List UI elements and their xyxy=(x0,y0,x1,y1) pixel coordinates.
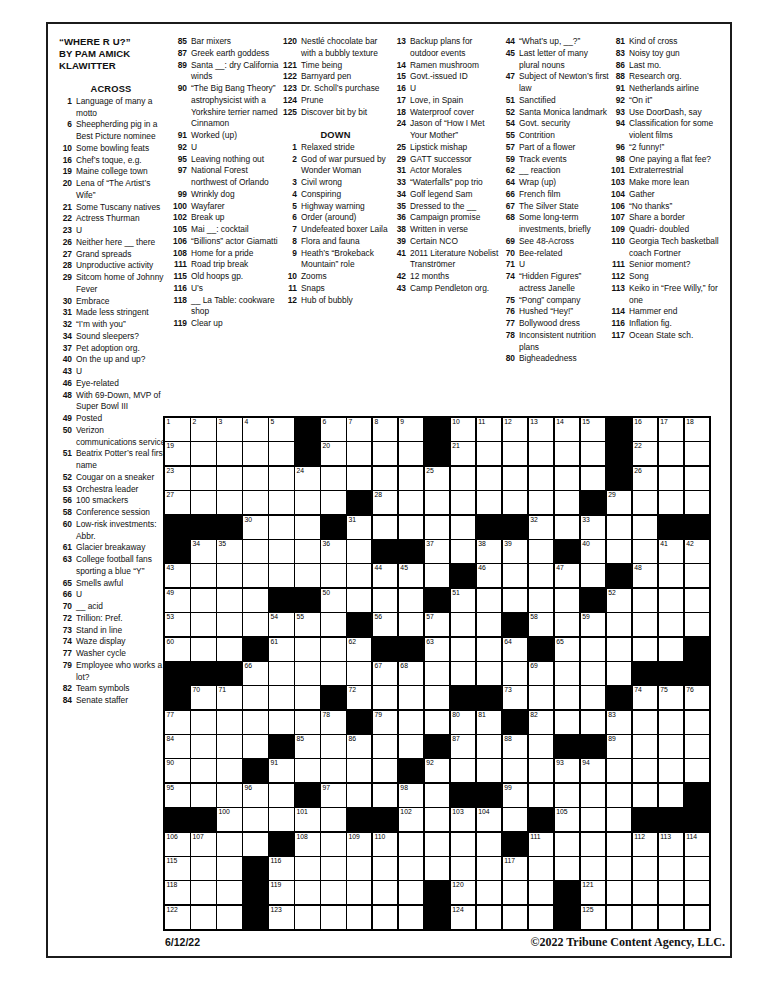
grid-cell[interactable]: 80 xyxy=(451,711,476,734)
grid-cell[interactable] xyxy=(347,857,372,880)
grid-cell[interactable] xyxy=(321,808,346,831)
grid-cell[interactable] xyxy=(399,589,424,612)
grid-cell[interactable]: 102 xyxy=(399,808,424,831)
grid-cell[interactable]: 90 xyxy=(165,759,190,782)
grid-cell[interactable]: 65 xyxy=(555,638,580,661)
grid-cell[interactable] xyxy=(451,491,476,514)
grid-cell[interactable] xyxy=(399,857,424,880)
grid-cell[interactable] xyxy=(581,662,606,685)
grid-cell[interactable] xyxy=(529,735,554,758)
grid-cell[interactable] xyxy=(659,857,684,880)
grid-cell[interactable] xyxy=(555,589,580,612)
grid-cell[interactable]: 58 xyxy=(529,613,554,636)
grid-cell[interactable] xyxy=(607,540,632,563)
grid-cell[interactable]: 7 xyxy=(347,418,372,441)
grid-cell[interactable] xyxy=(633,881,658,904)
grid-cell[interactable] xyxy=(269,540,294,563)
grid-cell[interactable] xyxy=(555,467,580,490)
grid-cell[interactable] xyxy=(607,784,632,807)
grid-cell[interactable] xyxy=(373,784,398,807)
grid-cell[interactable] xyxy=(555,711,580,734)
grid-cell[interactable] xyxy=(217,906,242,929)
grid-cell[interactable] xyxy=(659,735,684,758)
grid-cell[interactable]: 78 xyxy=(321,711,346,734)
grid-cell[interactable] xyxy=(529,491,554,514)
grid-cell[interactable] xyxy=(347,589,372,612)
grid-cell[interactable]: 75 xyxy=(659,686,684,709)
grid-cell[interactable] xyxy=(191,613,216,636)
grid-cell[interactable]: 95 xyxy=(165,784,190,807)
grid-cell[interactable] xyxy=(685,442,710,465)
grid-cell[interactable] xyxy=(685,906,710,929)
grid-cell[interactable] xyxy=(373,516,398,539)
grid-cell[interactable] xyxy=(607,833,632,856)
grid-cell[interactable]: 66 xyxy=(243,662,268,685)
grid-cell[interactable]: 54 xyxy=(269,613,294,636)
grid-cell[interactable] xyxy=(477,613,502,636)
grid-cell[interactable] xyxy=(399,467,424,490)
grid-cell[interactable]: 86 xyxy=(347,735,372,758)
grid-cell[interactable] xyxy=(581,711,606,734)
grid-cell[interactable]: 105 xyxy=(555,808,580,831)
grid-cell[interactable]: 67 xyxy=(373,662,398,685)
grid-cell[interactable]: 69 xyxy=(529,662,554,685)
grid-cell[interactable]: 73 xyxy=(503,686,528,709)
grid-cell[interactable]: 104 xyxy=(477,808,502,831)
grid-cell[interactable] xyxy=(295,881,320,904)
grid-cell[interactable]: 59 xyxy=(581,613,606,636)
grid-cell[interactable]: 14 xyxy=(555,418,580,441)
grid-cell[interactable] xyxy=(321,759,346,782)
grid-cell[interactable] xyxy=(295,906,320,929)
grid-cell[interactable] xyxy=(217,613,242,636)
grid-cell[interactable]: 46 xyxy=(477,564,502,587)
grid-cell[interactable] xyxy=(581,564,606,587)
grid-cell[interactable]: 17 xyxy=(659,418,684,441)
grid-cell[interactable] xyxy=(555,442,580,465)
grid-cell[interactable] xyxy=(217,467,242,490)
grid-cell[interactable]: 115 xyxy=(165,857,190,880)
grid-cell[interactable] xyxy=(295,638,320,661)
grid-cell[interactable]: 117 xyxy=(503,857,528,880)
grid-cell[interactable] xyxy=(633,638,658,661)
grid-cell[interactable]: 84 xyxy=(165,735,190,758)
grid-cell[interactable] xyxy=(477,906,502,929)
grid-cell[interactable]: 27 xyxy=(165,491,190,514)
grid-cell[interactable] xyxy=(373,735,398,758)
grid-cell[interactable] xyxy=(243,442,268,465)
grid-cell[interactable] xyxy=(503,467,528,490)
grid-cell[interactable]: 39 xyxy=(503,540,528,563)
grid-cell[interactable] xyxy=(659,711,684,734)
grid-cell[interactable] xyxy=(321,467,346,490)
grid-cell[interactable] xyxy=(503,564,528,587)
grid-cell[interactable] xyxy=(529,857,554,880)
grid-cell[interactable] xyxy=(269,711,294,734)
grid-cell[interactable]: 57 xyxy=(425,613,450,636)
grid-cell[interactable] xyxy=(685,711,710,734)
grid-cell[interactable] xyxy=(607,906,632,929)
grid-cell[interactable] xyxy=(425,686,450,709)
grid-cell[interactable] xyxy=(581,638,606,661)
grid-cell[interactable] xyxy=(607,613,632,636)
grid-cell[interactable] xyxy=(243,686,268,709)
grid-cell[interactable] xyxy=(269,808,294,831)
grid-cell[interactable] xyxy=(503,906,528,929)
grid-cell[interactable] xyxy=(373,906,398,929)
grid-cell[interactable] xyxy=(477,491,502,514)
grid-cell[interactable]: 111 xyxy=(529,833,554,856)
grid-cell[interactable] xyxy=(191,491,216,514)
grid-cell[interactable] xyxy=(243,833,268,856)
grid-cell[interactable] xyxy=(347,540,372,563)
grid-cell[interactable]: 108 xyxy=(295,833,320,856)
grid-cell[interactable] xyxy=(217,759,242,782)
grid-cell[interactable]: 32 xyxy=(529,516,554,539)
grid-cell[interactable] xyxy=(399,711,424,734)
grid-cell[interactable] xyxy=(607,638,632,661)
grid-cell[interactable]: 43 xyxy=(165,564,190,587)
grid-cell[interactable] xyxy=(191,442,216,465)
grid-cell[interactable] xyxy=(451,857,476,880)
grid-cell[interactable] xyxy=(347,442,372,465)
grid-cell[interactable] xyxy=(243,467,268,490)
grid-cell[interactable] xyxy=(503,808,528,831)
grid-cell[interactable] xyxy=(191,906,216,929)
grid-cell[interactable] xyxy=(633,906,658,929)
grid-cell[interactable] xyxy=(217,589,242,612)
grid-cell[interactable] xyxy=(425,784,450,807)
grid-cell[interactable] xyxy=(295,711,320,734)
grid-cell[interactable] xyxy=(477,759,502,782)
grid-cell[interactable]: 110 xyxy=(373,833,398,856)
grid-cell[interactable] xyxy=(243,711,268,734)
grid-cell[interactable] xyxy=(347,564,372,587)
grid-cell[interactable]: 31 xyxy=(347,516,372,539)
grid-cell[interactable] xyxy=(191,857,216,880)
grid-cell[interactable]: 88 xyxy=(503,735,528,758)
grid-cell[interactable] xyxy=(191,711,216,734)
grid-cell[interactable]: 92 xyxy=(425,759,450,782)
grid-cell[interactable] xyxy=(399,516,424,539)
grid-cell[interactable] xyxy=(217,784,242,807)
grid-cell[interactable] xyxy=(321,662,346,685)
grid-cell[interactable] xyxy=(503,491,528,514)
grid-cell[interactable] xyxy=(529,784,554,807)
grid-cell[interactable] xyxy=(191,467,216,490)
grid-cell[interactable] xyxy=(685,759,710,782)
grid-cell[interactable] xyxy=(295,540,320,563)
grid-cell[interactable] xyxy=(555,491,580,514)
grid-cell[interactable]: 25 xyxy=(425,467,450,490)
grid-cell[interactable] xyxy=(607,759,632,782)
grid-cell[interactable] xyxy=(685,881,710,904)
grid-cell[interactable] xyxy=(321,906,346,929)
grid-cell[interactable] xyxy=(477,442,502,465)
grid-cell[interactable]: 93 xyxy=(555,759,580,782)
grid-cell[interactable] xyxy=(399,442,424,465)
grid-cell[interactable]: 82 xyxy=(529,711,554,734)
grid-cell[interactable] xyxy=(503,759,528,782)
grid-cell[interactable] xyxy=(191,638,216,661)
grid-cell[interactable] xyxy=(243,613,268,636)
grid-cell[interactable] xyxy=(529,906,554,929)
grid-cell[interactable] xyxy=(581,467,606,490)
grid-cell[interactable] xyxy=(217,881,242,904)
grid-cell[interactable]: 35 xyxy=(217,540,242,563)
grid-cell[interactable]: 29 xyxy=(607,491,632,514)
grid-cell[interactable] xyxy=(529,881,554,904)
grid-cell[interactable]: 48 xyxy=(633,564,658,587)
grid-cell[interactable]: 51 xyxy=(451,589,476,612)
grid-cell[interactable] xyxy=(659,491,684,514)
grid-cell[interactable]: 19 xyxy=(165,442,190,465)
grid-cell[interactable] xyxy=(451,516,476,539)
grid-cell[interactable] xyxy=(347,906,372,929)
grid-cell[interactable] xyxy=(451,759,476,782)
grid-cell[interactable] xyxy=(451,613,476,636)
grid-cell[interactable]: 5 xyxy=(269,418,294,441)
grid-cell[interactable]: 109 xyxy=(347,833,372,856)
grid-cell[interactable] xyxy=(659,613,684,636)
grid-cell[interactable]: 15 xyxy=(581,418,606,441)
grid-cell[interactable]: 56 xyxy=(373,613,398,636)
grid-cell[interactable] xyxy=(555,833,580,856)
grid-cell[interactable] xyxy=(581,808,606,831)
grid-cell[interactable] xyxy=(633,735,658,758)
grid-cell[interactable]: 119 xyxy=(269,881,294,904)
grid-cell[interactable] xyxy=(581,857,606,880)
grid-cell[interactable] xyxy=(529,686,554,709)
grid-cell[interactable]: 50 xyxy=(321,589,346,612)
grid-cell[interactable] xyxy=(269,516,294,539)
grid-cell[interactable]: 106 xyxy=(165,833,190,856)
grid-cell[interactable]: 34 xyxy=(191,540,216,563)
grid-cell[interactable] xyxy=(425,808,450,831)
grid-cell[interactable] xyxy=(347,881,372,904)
grid-cell[interactable] xyxy=(191,759,216,782)
grid-cell[interactable] xyxy=(685,613,710,636)
grid-cell[interactable] xyxy=(607,516,632,539)
grid-cell[interactable]: 45 xyxy=(399,564,424,587)
grid-cell[interactable]: 2 xyxy=(191,418,216,441)
grid-cell[interactable]: 118 xyxy=(165,881,190,904)
grid-cell[interactable] xyxy=(659,564,684,587)
grid-cell[interactable] xyxy=(373,442,398,465)
grid-cell[interactable] xyxy=(451,638,476,661)
grid-cell[interactable]: 8 xyxy=(373,418,398,441)
grid-cell[interactable] xyxy=(633,857,658,880)
grid-cell[interactable] xyxy=(295,686,320,709)
grid-cell[interactable]: 20 xyxy=(321,442,346,465)
grid-cell[interactable] xyxy=(217,735,242,758)
grid-cell[interactable] xyxy=(685,735,710,758)
grid-cell[interactable] xyxy=(659,442,684,465)
grid-cell[interactable] xyxy=(659,784,684,807)
grid-cell[interactable] xyxy=(633,613,658,636)
grid-cell[interactable] xyxy=(633,784,658,807)
grid-cell[interactable] xyxy=(685,564,710,587)
grid-cell[interactable] xyxy=(321,735,346,758)
grid-cell[interactable]: 91 xyxy=(269,759,294,782)
grid-cell[interactable]: 72 xyxy=(347,686,372,709)
grid-cell[interactable]: 28 xyxy=(373,491,398,514)
grid-cell[interactable] xyxy=(477,857,502,880)
grid-cell[interactable]: 81 xyxy=(477,711,502,734)
grid-cell[interactable] xyxy=(321,881,346,904)
grid-cell[interactable] xyxy=(555,516,580,539)
grid-cell[interactable]: 18 xyxy=(685,418,710,441)
grid-cell[interactable]: 124 xyxy=(451,906,476,929)
grid-cell[interactable]: 114 xyxy=(685,833,710,856)
grid-cell[interactable] xyxy=(217,442,242,465)
grid-cell[interactable]: 83 xyxy=(607,711,632,734)
grid-cell[interactable] xyxy=(529,442,554,465)
grid-cell[interactable] xyxy=(425,857,450,880)
grid-cell[interactable] xyxy=(451,833,476,856)
grid-cell[interactable] xyxy=(477,833,502,856)
grid-cell[interactable] xyxy=(477,881,502,904)
grid-cell[interactable] xyxy=(529,589,554,612)
grid-cell[interactable]: 52 xyxy=(607,589,632,612)
grid-cell[interactable]: 22 xyxy=(633,442,658,465)
grid-cell[interactable] xyxy=(243,491,268,514)
grid-cell[interactable] xyxy=(425,516,450,539)
grid-cell[interactable] xyxy=(555,686,580,709)
grid-cell[interactable] xyxy=(633,540,658,563)
grid-cell[interactable] xyxy=(269,662,294,685)
grid-cell[interactable] xyxy=(607,662,632,685)
grid-cell[interactable] xyxy=(347,467,372,490)
grid-cell[interactable] xyxy=(191,564,216,587)
grid-cell[interactable] xyxy=(659,467,684,490)
grid-cell[interactable] xyxy=(347,784,372,807)
grid-cell[interactable] xyxy=(685,467,710,490)
grid-cell[interactable] xyxy=(425,833,450,856)
grid-cell[interactable] xyxy=(321,564,346,587)
grid-cell[interactable] xyxy=(399,613,424,636)
grid-cell[interactable]: 99 xyxy=(503,784,528,807)
grid-cell[interactable] xyxy=(659,589,684,612)
grid-cell[interactable] xyxy=(503,589,528,612)
grid-cell[interactable] xyxy=(269,564,294,587)
grid-cell[interactable]: 13 xyxy=(529,418,554,441)
grid-cell[interactable] xyxy=(217,711,242,734)
grid-cell[interactable] xyxy=(295,759,320,782)
grid-cell[interactable] xyxy=(659,906,684,929)
grid-cell[interactable]: 113 xyxy=(659,833,684,856)
grid-cell[interactable]: 6 xyxy=(321,418,346,441)
grid-cell[interactable] xyxy=(477,467,502,490)
grid-cell[interactable]: 62 xyxy=(347,638,372,661)
grid-cell[interactable] xyxy=(191,784,216,807)
grid-cell[interactable]: 44 xyxy=(373,564,398,587)
grid-cell[interactable]: 60 xyxy=(165,638,190,661)
grid-cell[interactable]: 77 xyxy=(165,711,190,734)
grid-cell[interactable]: 30 xyxy=(243,516,268,539)
grid-cell[interactable] xyxy=(399,881,424,904)
grid-cell[interactable] xyxy=(295,516,320,539)
grid-cell[interactable] xyxy=(217,638,242,661)
grid-cell[interactable] xyxy=(373,881,398,904)
grid-cell[interactable] xyxy=(529,564,554,587)
grid-cell[interactable] xyxy=(217,564,242,587)
grid-cell[interactable]: 120 xyxy=(451,881,476,904)
grid-cell[interactable] xyxy=(243,589,268,612)
grid-cell[interactable]: 79 xyxy=(373,711,398,734)
grid-cell[interactable] xyxy=(295,491,320,514)
grid-cell[interactable] xyxy=(321,638,346,661)
grid-cell[interactable] xyxy=(555,857,580,880)
grid-cell[interactable] xyxy=(555,784,580,807)
grid-cell[interactable] xyxy=(685,589,710,612)
grid-cell[interactable] xyxy=(451,467,476,490)
grid-cell[interactable]: 10 xyxy=(451,418,476,441)
grid-cell[interactable]: 85 xyxy=(295,735,320,758)
grid-cell[interactable] xyxy=(399,491,424,514)
grid-cell[interactable] xyxy=(399,735,424,758)
grid-cell[interactable]: 33 xyxy=(581,516,606,539)
grid-cell[interactable] xyxy=(529,540,554,563)
grid-cell[interactable]: 100 xyxy=(217,808,242,831)
grid-cell[interactable] xyxy=(555,613,580,636)
grid-cell[interactable] xyxy=(581,686,606,709)
grid-cell[interactable]: 76 xyxy=(685,686,710,709)
grid-cell[interactable]: 112 xyxy=(633,833,658,856)
grid-cell[interactable] xyxy=(659,881,684,904)
grid-cell[interactable] xyxy=(399,833,424,856)
grid-cell[interactable] xyxy=(373,467,398,490)
grid-cell[interactable] xyxy=(659,638,684,661)
grid-cell[interactable] xyxy=(321,491,346,514)
grid-cell[interactable] xyxy=(269,467,294,490)
grid-cell[interactable]: 53 xyxy=(165,613,190,636)
grid-cell[interactable]: 24 xyxy=(295,467,320,490)
grid-cell[interactable] xyxy=(425,491,450,514)
grid-cell[interactable]: 41 xyxy=(659,540,684,563)
grid-cell[interactable]: 121 xyxy=(581,881,606,904)
grid-cell[interactable] xyxy=(451,662,476,685)
grid-cell[interactable] xyxy=(425,662,450,685)
grid-cell[interactable] xyxy=(425,711,450,734)
grid-cell[interactable]: 61 xyxy=(269,638,294,661)
grid-cell[interactable]: 107 xyxy=(191,833,216,856)
grid-cell[interactable] xyxy=(269,442,294,465)
grid-cell[interactable] xyxy=(529,759,554,782)
grid-cell[interactable] xyxy=(477,638,502,661)
grid-cell[interactable] xyxy=(503,442,528,465)
grid-cell[interactable] xyxy=(685,491,710,514)
grid-cell[interactable]: 16 xyxy=(633,418,658,441)
grid-cell[interactable] xyxy=(685,857,710,880)
grid-cell[interactable] xyxy=(243,540,268,563)
grid-cell[interactable] xyxy=(581,784,606,807)
grid-cell[interactable] xyxy=(191,735,216,758)
grid-cell[interactable]: 70 xyxy=(191,686,216,709)
grid-cell[interactable] xyxy=(633,516,658,539)
grid-cell[interactable]: 123 xyxy=(269,906,294,929)
grid-cell[interactable]: 4 xyxy=(243,418,268,441)
grid-cell[interactable]: 23 xyxy=(165,467,190,490)
grid-cell[interactable] xyxy=(659,759,684,782)
grid-cell[interactable] xyxy=(477,589,502,612)
grid-cell[interactable]: 71 xyxy=(217,686,242,709)
grid-cell[interactable]: 101 xyxy=(295,808,320,831)
grid-cell[interactable] xyxy=(477,735,502,758)
grid-cell[interactable] xyxy=(581,442,606,465)
grid-cell[interactable]: 122 xyxy=(165,906,190,929)
grid-cell[interactable]: 12 xyxy=(503,418,528,441)
